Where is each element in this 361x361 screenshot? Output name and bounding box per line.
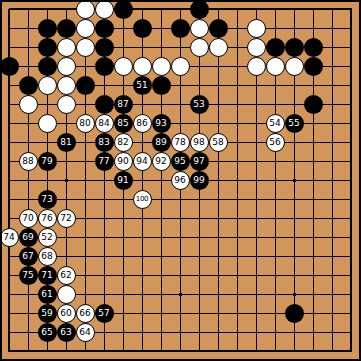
intersection-4-4[interactable] [76,76,95,95]
intersection-15-10[interactable] [285,190,304,209]
intersection-0-11[interactable] [0,209,19,228]
intersection-13-8[interactable] [247,152,266,171]
intersection-13-4[interactable] [247,76,266,95]
intersection-11-10[interactable] [209,190,228,209]
intersection-6-5[interactable]: 87 [114,95,133,114]
intersection-9-17[interactable] [171,323,190,342]
intersection-4-16[interactable]: 66 [76,304,95,323]
intersection-6-16[interactable] [114,304,133,323]
intersection-17-1[interactable] [323,19,342,38]
intersection-3-4[interactable] [57,76,76,95]
intersection-6-18[interactable] [114,342,133,361]
intersection-12-0[interactable] [228,0,247,19]
intersection-7-16[interactable] [133,304,152,323]
intersection-7-14[interactable] [133,266,152,285]
intersection-3-9[interactable] [57,171,76,190]
intersection-0-3[interactable] [0,57,19,76]
intersection-4-8[interactable] [76,152,95,171]
intersection-11-15[interactable] [209,285,228,304]
intersection-11-2[interactable] [209,38,228,57]
intersection-4-7[interactable] [76,133,95,152]
intersection-0-12[interactable]: 74 [0,228,19,247]
intersection-4-9[interactable] [76,171,95,190]
intersection-16-6[interactable] [304,114,323,133]
intersection-17-0[interactable] [323,0,342,19]
intersection-16-3[interactable] [304,57,323,76]
intersection-18-9[interactable] [342,171,361,190]
intersection-16-5[interactable] [304,95,323,114]
intersection-13-18[interactable] [247,342,266,361]
intersection-18-5[interactable] [342,95,361,114]
intersection-2-13[interactable]: 68 [38,247,57,266]
intersection-4-15[interactable] [76,285,95,304]
intersection-13-6[interactable] [247,114,266,133]
intersection-13-3[interactable] [247,57,266,76]
intersection-1-14[interactable]: 75 [19,266,38,285]
intersection-1-8[interactable]: 88 [19,152,38,171]
intersection-16-14[interactable] [304,266,323,285]
intersection-7-7[interactable] [133,133,152,152]
intersection-9-1[interactable] [171,19,190,38]
intersection-10-5[interactable]: 53 [190,95,209,114]
intersection-1-10[interactable] [19,190,38,209]
intersection-6-10[interactable] [114,190,133,209]
intersection-13-13[interactable] [247,247,266,266]
intersection-16-11[interactable] [304,209,323,228]
intersection-3-2[interactable] [57,38,76,57]
intersection-5-0[interactable] [95,0,114,19]
intersection-8-17[interactable] [152,323,171,342]
intersection-6-15[interactable] [114,285,133,304]
intersection-7-0[interactable] [133,0,152,19]
intersection-7-2[interactable] [133,38,152,57]
intersection-14-18[interactable] [266,342,285,361]
intersection-12-11[interactable] [228,209,247,228]
intersection-7-17[interactable] [133,323,152,342]
intersection-14-3[interactable] [266,57,285,76]
intersection-17-16[interactable] [323,304,342,323]
intersection-2-4[interactable] [38,76,57,95]
intersection-10-15[interactable] [190,285,209,304]
intersection-17-14[interactable] [323,266,342,285]
intersection-16-17[interactable] [304,323,323,342]
intersection-0-18[interactable] [0,342,19,361]
intersection-7-12[interactable] [133,228,152,247]
intersection-3-13[interactable] [57,247,76,266]
intersection-8-7[interactable]: 89 [152,133,171,152]
intersection-1-1[interactable] [19,19,38,38]
intersection-17-5[interactable] [323,95,342,114]
intersection-5-9[interactable] [95,171,114,190]
intersection-14-17[interactable] [266,323,285,342]
intersection-4-10[interactable] [76,190,95,209]
intersection-13-12[interactable] [247,228,266,247]
intersection-10-9[interactable]: 99 [190,171,209,190]
intersection-15-6[interactable]: 55 [285,114,304,133]
intersection-0-7[interactable] [0,133,19,152]
intersection-8-3[interactable] [152,57,171,76]
intersection-6-9[interactable]: 91 [114,171,133,190]
intersection-1-7[interactable] [19,133,38,152]
intersection-4-0[interactable] [76,0,95,19]
intersection-15-5[interactable] [285,95,304,114]
intersection-11-14[interactable] [209,266,228,285]
intersection-11-17[interactable] [209,323,228,342]
intersection-16-8[interactable] [304,152,323,171]
intersection-16-10[interactable] [304,190,323,209]
intersection-14-14[interactable] [266,266,285,285]
intersection-14-9[interactable] [266,171,285,190]
intersection-17-15[interactable] [323,285,342,304]
intersection-16-1[interactable] [304,19,323,38]
intersection-12-18[interactable] [228,342,247,361]
intersection-15-16[interactable] [285,304,304,323]
intersection-4-2[interactable] [76,38,95,57]
intersection-7-10[interactable]: 100 [133,190,152,209]
intersection-11-9[interactable] [209,171,228,190]
intersection-3-10[interactable] [57,190,76,209]
intersection-8-6[interactable]: 93 [152,114,171,133]
intersection-9-15[interactable] [171,285,190,304]
intersection-15-17[interactable] [285,323,304,342]
intersection-17-11[interactable] [323,209,342,228]
intersection-8-8[interactable]: 92 [152,152,171,171]
intersection-10-4[interactable] [190,76,209,95]
intersection-9-16[interactable] [171,304,190,323]
intersection-0-4[interactable] [0,76,19,95]
intersection-10-1[interactable] [190,19,209,38]
intersection-8-0[interactable] [152,0,171,19]
intersection-4-13[interactable] [76,247,95,266]
intersection-4-12[interactable] [76,228,95,247]
intersection-6-17[interactable] [114,323,133,342]
intersection-7-9[interactable] [133,171,152,190]
intersection-9-18[interactable] [171,342,190,361]
intersection-0-1[interactable] [0,19,19,38]
intersection-5-10[interactable] [95,190,114,209]
intersection-1-15[interactable] [19,285,38,304]
intersection-14-13[interactable] [266,247,285,266]
intersection-2-18[interactable] [38,342,57,361]
intersection-9-10[interactable] [171,190,190,209]
intersection-2-5[interactable] [38,95,57,114]
intersection-8-12[interactable] [152,228,171,247]
intersection-10-8[interactable]: 97 [190,152,209,171]
intersection-14-5[interactable] [266,95,285,114]
intersection-5-16[interactable]: 57 [95,304,114,323]
intersection-2-15[interactable]: 61 [38,285,57,304]
intersection-6-12[interactable] [114,228,133,247]
intersection-11-18[interactable] [209,342,228,361]
intersection-12-9[interactable] [228,171,247,190]
intersection-18-2[interactable] [342,38,361,57]
intersection-10-3[interactable] [190,57,209,76]
intersection-2-16[interactable]: 59 [38,304,57,323]
intersection-5-11[interactable] [95,209,114,228]
intersection-3-5[interactable] [57,95,76,114]
intersection-13-5[interactable] [247,95,266,114]
intersection-6-14[interactable] [114,266,133,285]
intersection-18-14[interactable] [342,266,361,285]
intersection-18-6[interactable] [342,114,361,133]
intersection-9-12[interactable] [171,228,190,247]
intersection-15-9[interactable] [285,171,304,190]
intersection-2-3[interactable] [38,57,57,76]
intersection-13-0[interactable] [247,0,266,19]
intersection-17-8[interactable] [323,152,342,171]
intersection-16-16[interactable] [304,304,323,323]
intersection-9-14[interactable] [171,266,190,285]
intersection-10-7[interactable]: 98 [190,133,209,152]
intersection-8-9[interactable] [152,171,171,190]
intersection-0-10[interactable] [0,190,19,209]
intersection-14-12[interactable] [266,228,285,247]
intersection-9-5[interactable] [171,95,190,114]
intersection-6-4[interactable] [114,76,133,95]
intersection-3-3[interactable] [57,57,76,76]
intersection-17-13[interactable] [323,247,342,266]
intersection-11-12[interactable] [209,228,228,247]
intersection-18-4[interactable] [342,76,361,95]
intersection-5-1[interactable] [95,19,114,38]
intersection-7-3[interactable] [133,57,152,76]
intersection-11-7[interactable]: 58 [209,133,228,152]
intersection-3-14[interactable]: 62 [57,266,76,285]
intersection-2-1[interactable] [38,19,57,38]
intersection-18-0[interactable] [342,0,361,19]
intersection-5-7[interactable]: 83 [95,133,114,152]
intersection-14-1[interactable] [266,19,285,38]
intersection-4-14[interactable] [76,266,95,285]
intersection-2-11[interactable]: 76 [38,209,57,228]
intersection-1-2[interactable] [19,38,38,57]
intersection-13-15[interactable] [247,285,266,304]
intersection-0-8[interactable] [0,152,19,171]
intersection-4-5[interactable] [76,95,95,114]
intersection-3-17[interactable]: 63 [57,323,76,342]
intersection-5-17[interactable] [95,323,114,342]
intersection-7-11[interactable] [133,209,152,228]
intersection-8-1[interactable] [152,19,171,38]
intersection-8-15[interactable] [152,285,171,304]
intersection-15-4[interactable] [285,76,304,95]
intersection-12-17[interactable] [228,323,247,342]
intersection-6-11[interactable] [114,209,133,228]
intersection-17-2[interactable] [323,38,342,57]
intersection-13-10[interactable] [247,190,266,209]
intersection-10-13[interactable] [190,247,209,266]
intersection-16-7[interactable] [304,133,323,152]
intersection-6-13[interactable] [114,247,133,266]
intersection-2-9[interactable] [38,171,57,190]
intersection-17-9[interactable] [323,171,342,190]
intersection-12-5[interactable] [228,95,247,114]
intersection-8-18[interactable] [152,342,171,361]
intersection-11-13[interactable] [209,247,228,266]
intersection-13-7[interactable] [247,133,266,152]
intersection-12-12[interactable] [228,228,247,247]
intersection-7-8[interactable]: 94 [133,152,152,171]
intersection-15-7[interactable] [285,133,304,152]
intersection-14-8[interactable] [266,152,285,171]
intersection-16-13[interactable] [304,247,323,266]
intersection-3-16[interactable]: 60 [57,304,76,323]
intersection-8-10[interactable] [152,190,171,209]
intersection-5-4[interactable] [95,76,114,95]
intersection-10-11[interactable] [190,209,209,228]
intersection-12-7[interactable] [228,133,247,152]
intersection-10-6[interactable] [190,114,209,133]
intersection-3-15[interactable] [57,285,76,304]
intersection-9-4[interactable] [171,76,190,95]
intersection-18-8[interactable] [342,152,361,171]
intersection-5-18[interactable] [95,342,114,361]
intersection-13-17[interactable] [247,323,266,342]
intersection-3-0[interactable] [57,0,76,19]
intersection-7-5[interactable] [133,95,152,114]
intersection-14-16[interactable] [266,304,285,323]
intersection-17-17[interactable] [323,323,342,342]
intersection-13-14[interactable] [247,266,266,285]
intersection-17-10[interactable] [323,190,342,209]
intersection-10-12[interactable] [190,228,209,247]
intersection-2-8[interactable]: 79 [38,152,57,171]
intersection-0-9[interactable] [0,171,19,190]
intersection-10-17[interactable] [190,323,209,342]
intersection-1-13[interactable]: 67 [19,247,38,266]
intersection-0-6[interactable] [0,114,19,133]
intersection-14-0[interactable] [266,0,285,19]
intersection-3-1[interactable] [57,19,76,38]
intersection-2-0[interactable] [38,0,57,19]
intersection-18-17[interactable] [342,323,361,342]
intersection-9-8[interactable]: 95 [171,152,190,171]
intersection-8-2[interactable] [152,38,171,57]
intersection-12-13[interactable] [228,247,247,266]
intersection-5-6[interactable]: 84 [95,114,114,133]
intersection-16-12[interactable] [304,228,323,247]
intersection-10-0[interactable] [190,0,209,19]
intersection-7-15[interactable] [133,285,152,304]
intersection-17-7[interactable] [323,133,342,152]
intersection-17-4[interactable] [323,76,342,95]
intersection-11-11[interactable] [209,209,228,228]
intersection-15-11[interactable] [285,209,304,228]
intersection-14-7[interactable]: 56 [266,133,285,152]
intersection-12-15[interactable] [228,285,247,304]
intersection-9-11[interactable] [171,209,190,228]
intersection-4-6[interactable]: 80 [76,114,95,133]
intersection-10-2[interactable] [190,38,209,57]
intersection-10-14[interactable] [190,266,209,285]
intersection-3-8[interactable] [57,152,76,171]
intersection-9-7[interactable]: 78 [171,133,190,152]
intersection-5-15[interactable] [95,285,114,304]
intersection-3-6[interactable] [57,114,76,133]
intersection-1-0[interactable] [19,0,38,19]
intersection-1-9[interactable] [19,171,38,190]
intersection-5-12[interactable] [95,228,114,247]
intersection-15-12[interactable] [285,228,304,247]
intersection-9-2[interactable] [171,38,190,57]
intersection-15-3[interactable] [285,57,304,76]
intersection-15-1[interactable] [285,19,304,38]
intersection-16-0[interactable] [304,0,323,19]
intersection-4-11[interactable] [76,209,95,228]
intersection-0-5[interactable] [0,95,19,114]
intersection-17-6[interactable] [323,114,342,133]
intersection-6-2[interactable] [114,38,133,57]
intersection-18-18[interactable] [342,342,361,361]
intersection-2-7[interactable] [38,133,57,152]
intersection-0-14[interactable] [0,266,19,285]
intersection-18-11[interactable] [342,209,361,228]
intersection-1-16[interactable] [19,304,38,323]
intersection-18-3[interactable] [342,57,361,76]
intersection-11-8[interactable] [209,152,228,171]
intersection-13-9[interactable] [247,171,266,190]
intersection-7-4[interactable]: 51 [133,76,152,95]
intersection-2-2[interactable] [38,38,57,57]
intersection-1-17[interactable] [19,323,38,342]
intersection-11-16[interactable] [209,304,228,323]
intersection-18-15[interactable] [342,285,361,304]
intersection-0-0[interactable] [0,0,19,19]
intersection-2-10[interactable]: 73 [38,190,57,209]
intersection-12-2[interactable] [228,38,247,57]
intersection-16-18[interactable] [304,342,323,361]
intersection-13-11[interactable] [247,209,266,228]
intersection-11-4[interactable] [209,76,228,95]
intersection-11-0[interactable] [209,0,228,19]
intersection-15-2[interactable] [285,38,304,57]
intersection-1-4[interactable] [19,76,38,95]
intersection-17-18[interactable] [323,342,342,361]
intersection-5-3[interactable] [95,57,114,76]
intersection-1-11[interactable]: 70 [19,209,38,228]
intersection-7-18[interactable] [133,342,152,361]
intersection-16-2[interactable] [304,38,323,57]
intersection-4-18[interactable] [76,342,95,361]
intersection-15-18[interactable] [285,342,304,361]
intersection-14-10[interactable] [266,190,285,209]
intersection-0-15[interactable] [0,285,19,304]
intersection-0-16[interactable] [0,304,19,323]
intersection-0-2[interactable] [0,38,19,57]
intersection-5-2[interactable] [95,38,114,57]
intersection-6-8[interactable]: 90 [114,152,133,171]
intersection-18-13[interactable] [342,247,361,266]
intersection-14-6[interactable]: 54 [266,114,285,133]
intersection-11-3[interactable] [209,57,228,76]
intersection-18-16[interactable] [342,304,361,323]
intersection-18-1[interactable] [342,19,361,38]
intersection-10-18[interactable] [190,342,209,361]
intersection-3-12[interactable] [57,228,76,247]
intersection-13-2[interactable] [247,38,266,57]
intersection-6-0[interactable] [114,0,133,19]
intersection-2-12[interactable]: 52 [38,228,57,247]
intersection-18-12[interactable] [342,228,361,247]
intersection-12-3[interactable] [228,57,247,76]
intersection-5-5[interactable] [95,95,114,114]
intersection-6-7[interactable]: 82 [114,133,133,152]
intersection-16-4[interactable] [304,76,323,95]
intersection-12-14[interactable] [228,266,247,285]
intersection-6-6[interactable]: 85 [114,114,133,133]
intersection-12-6[interactable] [228,114,247,133]
intersection-14-4[interactable] [266,76,285,95]
